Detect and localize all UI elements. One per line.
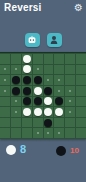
vs-human-button[interactable] [47,33,62,47]
legal-move-dot [58,79,60,81]
cell-f3[interactable] [54,75,64,85]
cell-b2[interactable] [11,65,21,75]
cell-a2[interactable] [0,65,10,75]
cell-f2[interactable] [54,65,64,75]
cell-f1[interactable] [54,54,64,64]
app-title: Reversi [4,2,42,13]
black-disc [12,76,20,84]
cell-a3[interactable] [0,75,10,85]
cell-c4[interactable] [22,86,32,96]
cell-g3[interactable] [65,75,75,85]
legal-move-dot [37,68,39,70]
board [0,52,86,139]
black-disc [34,76,42,84]
black-disc [23,87,31,95]
white-disc [44,108,52,116]
cell-a5[interactable] [0,97,10,107]
cell-h4[interactable] [76,86,86,96]
legal-move-dot [37,132,39,134]
cell-f6[interactable] [54,107,64,117]
white-disc [44,97,52,105]
cell-c5[interactable] [22,97,32,107]
cell-e6[interactable] [44,107,54,117]
legal-move-dot [4,90,6,92]
legal-move-dot [58,90,60,92]
mode-buttons [0,33,86,47]
cell-h8[interactable] [76,128,86,138]
cell-d2[interactable] [33,65,43,75]
white-disc [34,108,42,116]
legal-move-dot [15,68,17,70]
legal-move-dot [69,100,71,102]
cell-g1[interactable] [65,54,75,64]
cell-g8[interactable] [65,128,75,138]
cell-e3[interactable] [44,75,54,85]
cell-d4[interactable] [33,86,43,96]
cell-g6[interactable] [65,107,75,117]
cell-d1[interactable] [33,54,43,64]
cell-d8[interactable] [33,128,43,138]
cell-c8[interactable] [22,128,32,138]
cell-b7[interactable] [11,118,21,128]
cell-g5[interactable] [65,97,75,107]
cell-h7[interactable] [76,118,86,128]
cell-h2[interactable] [76,65,86,75]
white-disc [34,87,42,95]
black-disc [34,97,42,105]
cell-g2[interactable] [65,65,75,75]
legal-move-dot [69,90,71,92]
cell-f5[interactable] [54,97,64,107]
black-disc [23,97,31,105]
legal-move-dot [4,68,6,70]
cell-b6[interactable] [11,107,21,117]
robot-icon [27,35,37,45]
cell-b3[interactable] [11,75,21,85]
black-disc [23,76,31,84]
cell-d6[interactable] [33,107,43,117]
cell-h5[interactable] [76,97,86,107]
cell-e7[interactable] [44,118,54,128]
cell-d7[interactable] [33,118,43,128]
cell-d5[interactable] [33,97,43,107]
header: Reversi ⚙ [4,2,83,13]
vs-computer-button[interactable] [25,33,40,47]
white-score: 8 [6,144,26,155]
cell-b8[interactable] [11,128,21,138]
white-disc [23,108,31,116]
cell-h3[interactable] [76,75,86,85]
black-score-disc [56,146,66,156]
cell-a1[interactable] [0,54,10,64]
black-disc [44,119,52,127]
cell-g7[interactable] [65,118,75,128]
cell-g4[interactable] [65,86,75,96]
cell-a8[interactable] [0,128,10,138]
cell-c1[interactable] [22,54,32,64]
cell-h6[interactable] [76,107,86,117]
cell-b4[interactable] [11,86,21,96]
black-score: 10 [56,146,79,156]
legal-move-dot [15,111,17,113]
cell-e2[interactable] [44,65,54,75]
cell-h1[interactable] [76,54,86,64]
person-icon [49,35,59,45]
cell-e1[interactable] [44,54,54,64]
cell-e4[interactable] [44,86,54,96]
cell-b1[interactable] [11,54,21,64]
black-score-value: 10 [70,147,79,155]
black-disc [44,87,52,95]
gear-icon[interactable]: ⚙ [74,3,83,13]
cell-c7[interactable] [22,118,32,128]
legal-move-dot [69,111,71,113]
white-disc [55,108,63,116]
black-disc [12,87,20,95]
cell-a6[interactable] [0,107,10,117]
legal-move-dot [58,132,60,134]
black-disc [55,97,63,105]
white-disc [23,65,31,73]
cell-c2[interactable] [22,65,32,75]
cell-f4[interactable] [54,86,64,96]
white-score-disc [6,145,16,155]
cell-c6[interactable] [22,107,32,117]
cell-e8[interactable] [44,128,54,138]
white-score-value: 8 [20,144,26,155]
cell-e5[interactable] [44,97,54,107]
cell-d3[interactable] [33,75,43,85]
white-disc [23,55,31,63]
cell-c3[interactable] [22,75,32,85]
legal-move-dot [47,132,49,134]
legal-move-dot [15,100,17,102]
legal-move-dot [4,79,6,81]
cell-f7[interactable] [54,118,64,128]
cell-b5[interactable] [11,97,21,107]
cell-a7[interactable] [0,118,10,128]
legal-move-dot [47,79,49,81]
cell-f8[interactable] [54,128,64,138]
cell-a4[interactable] [0,86,10,96]
